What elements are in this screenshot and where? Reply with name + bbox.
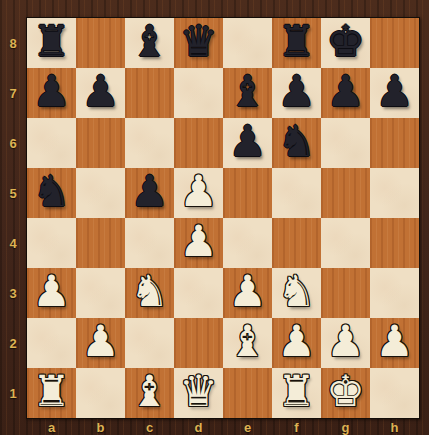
square-d4[interactable]: ♟ [174, 218, 223, 268]
square-d7[interactable] [174, 68, 223, 118]
black-pawn[interactable]: ♟ [125, 168, 174, 218]
black-pawn[interactable]: ♟ [27, 68, 76, 118]
square-b1[interactable] [76, 368, 125, 418]
rank-label-8: 8 [0, 18, 26, 68]
black-knight[interactable]: ♞ [27, 168, 76, 218]
square-c1[interactable]: ♝ [125, 368, 174, 418]
square-d5[interactable]: ♟ [174, 168, 223, 218]
white-rook[interactable]: ♜ [27, 368, 76, 418]
square-e7[interactable]: ♝ [223, 68, 272, 118]
square-g3[interactable] [321, 268, 370, 318]
square-h1[interactable] [370, 368, 419, 418]
white-pawn[interactable]: ♟ [223, 268, 272, 318]
square-b5[interactable] [76, 168, 125, 218]
square-h4[interactable] [370, 218, 419, 268]
square-h6[interactable] [370, 118, 419, 168]
black-rook[interactable]: ♜ [27, 18, 76, 68]
square-g8[interactable]: ♚ [321, 18, 370, 68]
white-pawn[interactable]: ♟ [174, 218, 223, 268]
square-h2[interactable]: ♟ [370, 318, 419, 368]
square-d2[interactable] [174, 318, 223, 368]
square-f1[interactable]: ♜ [272, 368, 321, 418]
square-c8[interactable]: ♝ [125, 18, 174, 68]
square-a8[interactable]: ♜ [27, 18, 76, 68]
rank-labels: 87654321 [0, 18, 26, 418]
black-pawn[interactable]: ♟ [76, 68, 125, 118]
white-pawn[interactable]: ♟ [321, 318, 370, 368]
square-c6[interactable] [125, 118, 174, 168]
square-c4[interactable] [125, 218, 174, 268]
square-a6[interactable] [27, 118, 76, 168]
white-pawn[interactable]: ♟ [272, 318, 321, 368]
square-f4[interactable] [272, 218, 321, 268]
black-bishop[interactable]: ♝ [223, 68, 272, 118]
white-pawn[interactable]: ♟ [174, 168, 223, 218]
square-g6[interactable] [321, 118, 370, 168]
white-bishop[interactable]: ♝ [223, 318, 272, 368]
square-b3[interactable] [76, 268, 125, 318]
board-frame: 87654321 abcdefgh ♜♝♛♜♚♟♟♝♟♟♟♟♞♞♟♟♟♟♞♟♞♟… [0, 0, 429, 435]
square-h8[interactable] [370, 18, 419, 68]
square-h5[interactable] [370, 168, 419, 218]
white-rook[interactable]: ♜ [272, 368, 321, 418]
square-d3[interactable] [174, 268, 223, 318]
square-g2[interactable]: ♟ [321, 318, 370, 368]
white-pawn[interactable]: ♟ [76, 318, 125, 368]
square-a3[interactable]: ♟ [27, 268, 76, 318]
rank-label-6: 6 [0, 118, 26, 168]
black-queen[interactable]: ♛ [174, 18, 223, 68]
file-labels: abcdefgh [27, 419, 419, 435]
rank-label-7: 7 [0, 68, 26, 118]
square-a4[interactable] [27, 218, 76, 268]
square-f6[interactable]: ♞ [272, 118, 321, 168]
square-b4[interactable] [76, 218, 125, 268]
square-h3[interactable] [370, 268, 419, 318]
white-bishop[interactable]: ♝ [125, 368, 174, 418]
square-a2[interactable] [27, 318, 76, 368]
square-g7[interactable]: ♟ [321, 68, 370, 118]
square-f5[interactable] [272, 168, 321, 218]
square-e3[interactable]: ♟ [223, 268, 272, 318]
square-c3[interactable]: ♞ [125, 268, 174, 318]
square-a5[interactable]: ♞ [27, 168, 76, 218]
rank-label-4: 4 [0, 218, 26, 268]
square-d6[interactable] [174, 118, 223, 168]
black-pawn[interactable]: ♟ [321, 68, 370, 118]
rank-label-3: 3 [0, 268, 26, 318]
white-pawn[interactable]: ♟ [370, 318, 419, 368]
file-label-d: d [174, 419, 223, 435]
square-e5[interactable] [223, 168, 272, 218]
white-knight[interactable]: ♞ [125, 268, 174, 318]
square-f2[interactable]: ♟ [272, 318, 321, 368]
square-g1[interactable]: ♚ [321, 368, 370, 418]
black-pawn[interactable]: ♟ [223, 118, 272, 168]
white-pawn[interactable]: ♟ [27, 268, 76, 318]
square-f3[interactable]: ♞ [272, 268, 321, 318]
square-c2[interactable] [125, 318, 174, 368]
white-queen[interactable]: ♛ [174, 368, 223, 418]
rank-label-5: 5 [0, 168, 26, 218]
square-a7[interactable]: ♟ [27, 68, 76, 118]
square-e6[interactable]: ♟ [223, 118, 272, 168]
square-e4[interactable] [223, 218, 272, 268]
white-king[interactable]: ♚ [321, 368, 370, 418]
file-label-e: e [223, 419, 272, 435]
file-label-g: g [321, 419, 370, 435]
rank-label-1: 1 [0, 368, 26, 418]
file-label-h: h [370, 419, 419, 435]
file-label-c: c [125, 419, 174, 435]
black-pawn[interactable]: ♟ [370, 68, 419, 118]
black-pawn[interactable]: ♟ [272, 68, 321, 118]
square-g5[interactable] [321, 168, 370, 218]
square-b8[interactable] [76, 18, 125, 68]
square-b6[interactable] [76, 118, 125, 168]
square-f7[interactable]: ♟ [272, 68, 321, 118]
square-c5[interactable]: ♟ [125, 168, 174, 218]
square-b2[interactable]: ♟ [76, 318, 125, 368]
square-e1[interactable] [223, 368, 272, 418]
black-rook[interactable]: ♜ [272, 18, 321, 68]
square-c7[interactable] [125, 68, 174, 118]
black-king[interactable]: ♚ [321, 18, 370, 68]
square-f8[interactable]: ♜ [272, 18, 321, 68]
file-label-b: b [76, 419, 125, 435]
rank-label-2: 2 [0, 318, 26, 368]
file-label-a: a [27, 419, 76, 435]
square-b7[interactable]: ♟ [76, 68, 125, 118]
black-knight[interactable]: ♞ [272, 118, 321, 168]
black-bishop[interactable]: ♝ [125, 18, 174, 68]
square-e2[interactable]: ♝ [223, 318, 272, 368]
square-g4[interactable] [321, 218, 370, 268]
white-knight[interactable]: ♞ [272, 268, 321, 318]
square-h7[interactable]: ♟ [370, 68, 419, 118]
square-d1[interactable]: ♛ [174, 368, 223, 418]
file-label-f: f [272, 419, 321, 435]
chess-board: ♜♝♛♜♚♟♟♝♟♟♟♟♞♞♟♟♟♟♞♟♞♟♝♟♟♟♜♝♛♜♚ [26, 17, 420, 419]
square-a1[interactable]: ♜ [27, 368, 76, 418]
square-d8[interactable]: ♛ [174, 18, 223, 68]
square-e8[interactable] [223, 18, 272, 68]
